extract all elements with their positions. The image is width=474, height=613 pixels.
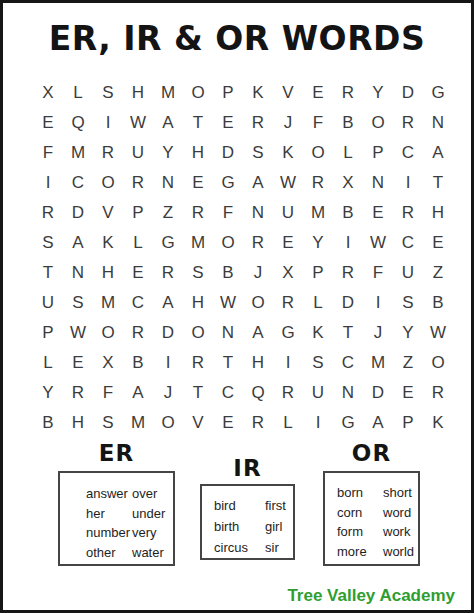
grid-cell-r10c6[interactable]: R	[183, 348, 213, 378]
grid-cell-r12c14[interactable]: K	[423, 408, 453, 438]
word-list-box-er: answerhernumberotheroverunderverywater	[58, 471, 175, 566]
puzzle-title: ER, IR & OR WORDS	[3, 19, 471, 58]
grid-cell-r3c9[interactable]: K	[273, 138, 303, 168]
grid-cell-r9c10[interactable]: K	[303, 318, 333, 348]
grid-cell-r2c7[interactable]: E	[213, 108, 243, 138]
word-list-item: over	[132, 484, 165, 504]
grid-cell-r11c1[interactable]: Y	[33, 378, 63, 408]
grid-cell-r10c11[interactable]: C	[333, 348, 363, 378]
grid-cell-r8c3[interactable]: M	[93, 288, 123, 318]
grid-cell-r5c5[interactable]: Z	[153, 198, 183, 228]
word-list-heading-ir: IR	[200, 455, 295, 481]
grid-cell-r10c14[interactable]: O	[423, 348, 453, 378]
grid-cell-r6c7[interactable]: O	[213, 228, 243, 258]
grid-cell-r2c2[interactable]: Q	[63, 108, 93, 138]
grid-cell-r2c14[interactable]: N	[423, 108, 453, 138]
grid-cell-r11c12[interactable]: D	[363, 378, 393, 408]
grid-cell-r11c6[interactable]: T	[183, 378, 213, 408]
word-list-heading-or: OR	[323, 440, 420, 466]
grid-cell-r1c13[interactable]: D	[393, 78, 423, 108]
grid-cell-r3c11[interactable]: L	[333, 138, 363, 168]
grid-cell-r6c3[interactable]: K	[93, 228, 123, 258]
grid-cell-r1c12[interactable]: Y	[363, 78, 393, 108]
grid-cell-r7c3[interactable]: H	[93, 258, 123, 288]
grid-cell-r2c6[interactable]: T	[183, 108, 213, 138]
grid-cell-r8c14[interactable]: B	[423, 288, 453, 318]
grid-cell-r5c9[interactable]: U	[273, 198, 303, 228]
grid-cell-r3c13[interactable]: C	[393, 138, 423, 168]
word-list-item: water	[132, 543, 165, 563]
grid-cell-r6c12[interactable]: W	[363, 228, 393, 258]
grid-cell-r7c5[interactable]: R	[153, 258, 183, 288]
grid-cell-r12c13[interactable]: P	[393, 408, 423, 438]
grid-cell-r12c9[interactable]: L	[273, 408, 303, 438]
grid-cell-r3c6[interactable]: H	[183, 138, 213, 168]
grid-cell-r5c2[interactable]: D	[63, 198, 93, 228]
grid-cell-r1c3[interactable]: S	[93, 78, 123, 108]
grid-cell-r11c2[interactable]: R	[63, 378, 93, 408]
word-list-heading-er: ER	[58, 440, 175, 466]
grid-cell-r12c4[interactable]: M	[123, 408, 153, 438]
word-list-item: short	[383, 483, 414, 503]
grid-cell-r4c12[interactable]: N	[363, 168, 393, 198]
grid-cell-r6c5[interactable]: G	[153, 228, 183, 258]
grid-cell-r11c3[interactable]: F	[93, 378, 123, 408]
word-list-item: number	[86, 523, 132, 543]
grid-cell-r2c10[interactable]: F	[303, 108, 333, 138]
grid-cell-r2c11[interactable]: B	[333, 108, 363, 138]
grid-cell-r4c10[interactable]: R	[303, 168, 333, 198]
word-list-item: bird	[214, 495, 265, 516]
grid-cell-r5c3[interactable]: V	[93, 198, 123, 228]
word-list-item: world	[383, 542, 414, 562]
grid-cell-r12c11[interactable]: G	[333, 408, 363, 438]
grid-cell-r7c11[interactable]: R	[333, 258, 363, 288]
grid-cell-r5c14[interactable]: H	[423, 198, 453, 228]
grid-cell-r9c2[interactable]: W	[63, 318, 93, 348]
grid-cell-r10c7[interactable]: T	[213, 348, 243, 378]
grid-cell-r1c4[interactable]: H	[123, 78, 153, 108]
word-list-item: corn	[337, 503, 383, 523]
grid-cell-r6c9[interactable]: E	[273, 228, 303, 258]
grid-cell-r12c10[interactable]: I	[303, 408, 333, 438]
grid-cell-r8c9[interactable]: R	[273, 288, 303, 318]
grid-cell-r11c5[interactable]: J	[153, 378, 183, 408]
grid-cell-r5c12[interactable]: E	[363, 198, 393, 228]
grid-cell-r7c4[interactable]: E	[123, 258, 153, 288]
grid-cell-r8c5[interactable]: A	[153, 288, 183, 318]
grid-cell-r1c11[interactable]: R	[333, 78, 363, 108]
grid-cell-r6c4[interactable]: L	[123, 228, 153, 258]
grid-cell-r3c8[interactable]: S	[243, 138, 273, 168]
grid-cell-r11c7[interactable]: C	[213, 378, 243, 408]
grid-cell-r1c2[interactable]: L	[63, 78, 93, 108]
grid-cell-r2c12[interactable]: O	[363, 108, 393, 138]
grid-cell-r3c5[interactable]: Y	[153, 138, 183, 168]
grid-cell-r10c4[interactable]: B	[123, 348, 153, 378]
grid-cell-r12c5[interactable]: O	[153, 408, 183, 438]
word-column: firstgirlsir	[265, 495, 286, 558]
grid-cell-r1c14[interactable]: G	[423, 78, 453, 108]
word-list-item: word	[383, 503, 414, 523]
grid-cell-r7c13[interactable]: U	[393, 258, 423, 288]
grid-cell-r1c7[interactable]: P	[213, 78, 243, 108]
grid-cell-r10c12[interactable]: M	[363, 348, 393, 378]
grid-cell-r2c1[interactable]: E	[33, 108, 63, 138]
grid-cell-r1c5[interactable]: M	[153, 78, 183, 108]
grid-cell-r8c13[interactable]: S	[393, 288, 423, 318]
grid-cell-r7c9[interactable]: X	[273, 258, 303, 288]
word-list-item: answer	[86, 484, 132, 504]
word-list-item: other	[86, 543, 132, 563]
grid-cell-r7c12[interactable]: F	[363, 258, 393, 288]
grid-cell-r9c4[interactable]: R	[123, 318, 153, 348]
grid-cell-r6c2[interactable]: A	[63, 228, 93, 258]
grid-cell-r8c12[interactable]: I	[363, 288, 393, 318]
grid-cell-r8c6[interactable]: H	[183, 288, 213, 318]
grid-cell-r11c11[interactable]: N	[333, 378, 363, 408]
grid-cell-r7c14[interactable]: Z	[423, 258, 453, 288]
grid-cell-r9c8[interactable]: A	[243, 318, 273, 348]
grid-cell-r12c12[interactable]: A	[363, 408, 393, 438]
grid-cell-r7c10[interactable]: P	[303, 258, 333, 288]
grid-cell-r9c9[interactable]: G	[273, 318, 303, 348]
word-column: shortwordworkworld	[383, 483, 414, 564]
grid-cell-r7c8[interactable]: J	[243, 258, 273, 288]
grid-cell-r7c7[interactable]: B	[213, 258, 243, 288]
grid-cell-r4c2[interactable]: C	[63, 168, 93, 198]
grid-cell-r4c4[interactable]: R	[123, 168, 153, 198]
grid-cell-r9c7[interactable]: N	[213, 318, 243, 348]
grid-cell-r10c13[interactable]: Z	[393, 348, 423, 378]
grid-cell-r7c6[interactable]: S	[183, 258, 213, 288]
worksheet-page: ER, IR & OR WORDS XLSHMOPKVERYDGEQIWATER…	[0, 0, 474, 613]
grid-cell-r10c5[interactable]: I	[153, 348, 183, 378]
word-list-item: work	[383, 522, 414, 542]
word-list-box-ir: birdbirthcircusfirstgirlsir	[200, 484, 295, 560]
grid-cell-r6c8[interactable]: R	[243, 228, 273, 258]
grid-cell-r12c7[interactable]: E	[213, 408, 243, 438]
grid-cell-r2c5[interactable]: A	[153, 108, 183, 138]
grid-cell-r4c5[interactable]: N	[153, 168, 183, 198]
grid-cell-r10c2[interactable]: E	[63, 348, 93, 378]
grid-cell-r3c3[interactable]: R	[93, 138, 123, 168]
grid-cell-r4c13[interactable]: I	[393, 168, 423, 198]
grid-cell-r6c6[interactable]: M	[183, 228, 213, 258]
grid-cell-r11c14[interactable]: R	[423, 378, 453, 408]
grid-cell-r2c3[interactable]: I	[93, 108, 123, 138]
word-column: overunderverywater	[132, 484, 165, 564]
grid-cell-r5c10[interactable]: M	[303, 198, 333, 228]
grid-cell-r4c1[interactable]: I	[33, 168, 63, 198]
grid-cell-r4c8[interactable]: A	[243, 168, 273, 198]
grid-cell-r11c9[interactable]: R	[273, 378, 303, 408]
grid-cell-r8c11[interactable]: D	[333, 288, 363, 318]
grid-cell-r5c1[interactable]: R	[33, 198, 63, 228]
grid-cell-r4c3[interactable]: O	[93, 168, 123, 198]
grid-cell-r3c14[interactable]: A	[423, 138, 453, 168]
word-list-item: her	[86, 504, 132, 524]
grid-cell-r8c8[interactable]: O	[243, 288, 273, 318]
word-list-item: sir	[265, 537, 286, 558]
word-list-box-or: borncornformmoreshortwordworkworld	[323, 471, 420, 566]
grid-cell-r12c1[interactable]: B	[33, 408, 63, 438]
grid-cell-r7c1[interactable]: T	[33, 258, 63, 288]
grid-cell-r10c10[interactable]: S	[303, 348, 333, 378]
grid-cell-r9c14[interactable]: W	[423, 318, 453, 348]
grid-cell-r12c8[interactable]: R	[243, 408, 273, 438]
word-list-item: first	[265, 495, 286, 516]
grid-cell-r2c9[interactable]: J	[273, 108, 303, 138]
word-column: borncornformmore	[337, 483, 383, 564]
grid-cell-r9c3[interactable]: O	[93, 318, 123, 348]
grid-cell-r11c10[interactable]: U	[303, 378, 333, 408]
grid-cell-r3c10[interactable]: O	[303, 138, 333, 168]
grid-cell-r5c11[interactable]: B	[333, 198, 363, 228]
grid-cell-r9c12[interactable]: J	[363, 318, 393, 348]
grid-cell-r3c4[interactable]: U	[123, 138, 153, 168]
grid-cell-r10c3[interactable]: X	[93, 348, 123, 378]
grid-cell-r6c14[interactable]: E	[423, 228, 453, 258]
grid-cell-r1c1[interactable]: X	[33, 78, 63, 108]
grid-cell-r3c12[interactable]: P	[363, 138, 393, 168]
word-list-item: more	[337, 542, 383, 562]
grid-cell-r8c7[interactable]: W	[213, 288, 243, 318]
grid-cell-r3c1[interactable]: F	[33, 138, 63, 168]
grid-cell-r6c13[interactable]: C	[393, 228, 423, 258]
grid-cell-r8c1[interactable]: U	[33, 288, 63, 318]
grid-cell-r8c4[interactable]: C	[123, 288, 153, 318]
grid-cell-r1c9[interactable]: V	[273, 78, 303, 108]
grid-cell-r5c13[interactable]: R	[393, 198, 423, 228]
grid-cell-r1c8[interactable]: K	[243, 78, 273, 108]
grid-cell-r6c10[interactable]: Y	[303, 228, 333, 258]
grid-cell-r12c6[interactable]: V	[183, 408, 213, 438]
word-list-item: under	[132, 504, 165, 524]
word-list-item: form	[337, 522, 383, 542]
grid-cell-r2c4[interactable]: W	[123, 108, 153, 138]
grid-cell-r12c3[interactable]: S	[93, 408, 123, 438]
grid-cell-r9c6[interactable]: O	[183, 318, 213, 348]
word-list-item: girl	[265, 516, 286, 537]
grid-cell-r6c11[interactable]: I	[333, 228, 363, 258]
grid-cell-r9c13[interactable]: Y	[393, 318, 423, 348]
grid-cell-r4c9[interactable]: W	[273, 168, 303, 198]
grid-cell-r2c8[interactable]: R	[243, 108, 273, 138]
word-column: answerhernumberother	[86, 484, 132, 564]
word-search-grid: XLSHMOPKVERYDGEQIWATERJFBORNFMRUYHDSKOLP…	[33, 78, 453, 438]
grid-cell-r8c10[interactable]: L	[303, 288, 333, 318]
grid-cell-r2c13[interactable]: R	[393, 108, 423, 138]
grid-cell-r4c6[interactable]: E	[183, 168, 213, 198]
grid-cell-r4c14[interactable]: T	[423, 168, 453, 198]
grid-cell-r5c4[interactable]: P	[123, 198, 153, 228]
grid-cell-r12c2[interactable]: H	[63, 408, 93, 438]
grid-cell-r11c4[interactable]: A	[123, 378, 153, 408]
grid-cell-r4c11[interactable]: X	[333, 168, 363, 198]
grid-cell-r8c2[interactable]: S	[63, 288, 93, 318]
word-column: birdbirthcircus	[214, 495, 265, 558]
grid-cell-r9c5[interactable]: D	[153, 318, 183, 348]
grid-cell-r11c13[interactable]: E	[393, 378, 423, 408]
word-list-item: circus	[214, 537, 265, 558]
grid-cell-r4c7[interactable]: G	[213, 168, 243, 198]
word-list-item: birth	[214, 516, 265, 537]
grid-cell-r5c6[interactable]: R	[183, 198, 213, 228]
word-list-item: born	[337, 483, 383, 503]
grid-cell-r9c1[interactable]: P	[33, 318, 63, 348]
grid-cell-r5c7[interactable]: F	[213, 198, 243, 228]
grid-cell-r10c9[interactable]: I	[273, 348, 303, 378]
grid-cell-r10c8[interactable]: H	[243, 348, 273, 378]
site-credit: Tree Valley Academy	[287, 586, 455, 606]
grid-cell-r1c6[interactable]: O	[183, 78, 213, 108]
grid-cell-r1c10[interactable]: E	[303, 78, 333, 108]
grid-cell-r9c11[interactable]: T	[333, 318, 363, 348]
grid-cell-r3c2[interactable]: M	[63, 138, 93, 168]
word-list-item: very	[132, 523, 165, 543]
grid-cell-r11c8[interactable]: Q	[243, 378, 273, 408]
grid-cell-r6c1[interactable]: S	[33, 228, 63, 258]
grid-cell-r5c8[interactable]: N	[243, 198, 273, 228]
grid-cell-r10c1[interactable]: L	[33, 348, 63, 378]
grid-cell-r7c2[interactable]: N	[63, 258, 93, 288]
grid-cell-r3c7[interactable]: D	[213, 138, 243, 168]
